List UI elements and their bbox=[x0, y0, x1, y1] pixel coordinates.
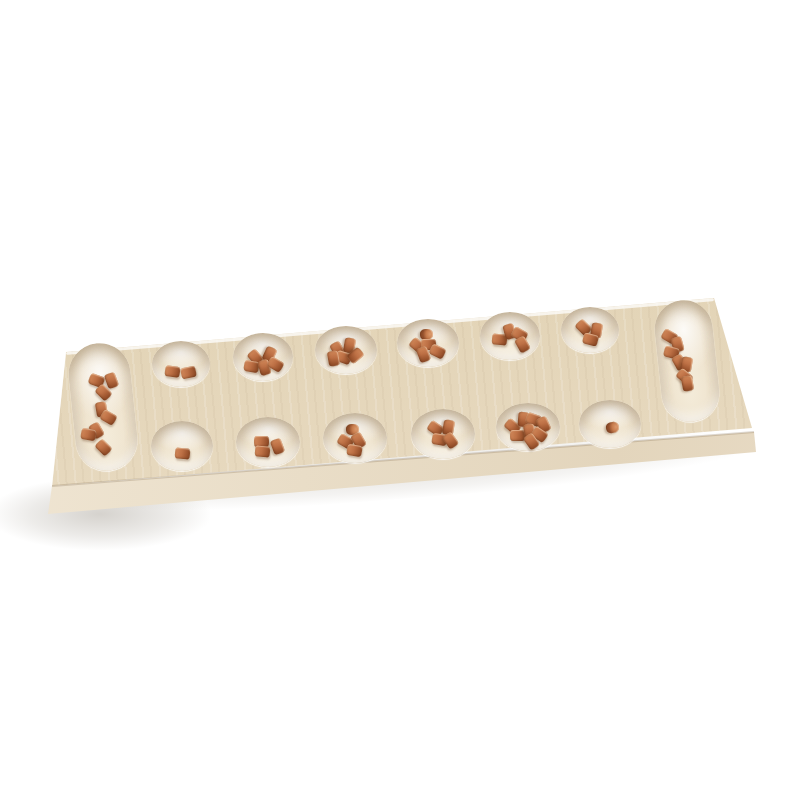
seed bbox=[680, 375, 693, 392]
product-photo-scene bbox=[0, 0, 800, 800]
seed bbox=[254, 445, 270, 457]
seed bbox=[164, 365, 180, 378]
seed bbox=[254, 436, 269, 447]
pit-a1[interactable] bbox=[152, 341, 210, 387]
seed bbox=[346, 443, 363, 456]
seed bbox=[174, 447, 190, 459]
seed bbox=[243, 359, 260, 372]
pit-b1[interactable] bbox=[151, 421, 213, 471]
seed bbox=[80, 427, 97, 440]
seed bbox=[510, 430, 525, 441]
seed bbox=[180, 365, 197, 379]
seed bbox=[326, 350, 339, 367]
